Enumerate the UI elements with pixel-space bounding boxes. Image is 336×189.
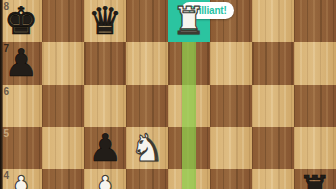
- square-c5[interactable]: ♟: [84, 127, 126, 169]
- square-h5[interactable]: [294, 127, 336, 169]
- square-c6[interactable]: [84, 85, 126, 127]
- square-b7[interactable]: [42, 42, 84, 84]
- square-g4[interactable]: [252, 169, 294, 189]
- square-a5[interactable]: 5: [0, 127, 42, 169]
- square-d4[interactable]: [126, 169, 168, 189]
- square-f4[interactable]: [210, 169, 252, 189]
- move-arrow: [182, 42, 196, 189]
- black-king-a8[interactable]: ♚: [4, 0, 38, 42]
- square-d8[interactable]: [126, 0, 168, 42]
- square-h6[interactable]: [294, 85, 336, 127]
- square-e8[interactable]: ♜: [168, 0, 210, 42]
- black-pawn-a7[interactable]: ♟: [4, 42, 38, 84]
- square-d5[interactable]: ♞: [126, 127, 168, 169]
- square-f6[interactable]: [210, 85, 252, 127]
- rank-label-6: 6: [4, 86, 10, 97]
- white-knight-d5[interactable]: ♞: [130, 127, 164, 169]
- chess-board-screenshot: 8♚♛♜7♟65♟♞4♟♟♜ Brilliant!: [0, 0, 336, 189]
- chess-board: 8♚♛♜7♟65♟♞4♟♟♜: [0, 0, 336, 189]
- square-c7[interactable]: [84, 42, 126, 84]
- black-queen-c8[interactable]: ♛: [88, 0, 122, 42]
- black-pawn-c5[interactable]: ♟: [88, 127, 122, 169]
- square-a6[interactable]: 6: [0, 85, 42, 127]
- square-c4[interactable]: ♟: [84, 169, 126, 189]
- square-g8[interactable]: [252, 0, 294, 42]
- white-pawn-a4[interactable]: ♟: [4, 169, 38, 189]
- square-b5[interactable]: [42, 127, 84, 169]
- square-g7[interactable]: [252, 42, 294, 84]
- white-pawn-c4[interactable]: ♟: [88, 169, 122, 189]
- square-f5[interactable]: [210, 127, 252, 169]
- square-a4[interactable]: 4♟: [0, 169, 42, 189]
- square-g5[interactable]: [252, 127, 294, 169]
- square-b8[interactable]: [42, 0, 84, 42]
- square-h8[interactable]: [294, 0, 336, 42]
- square-a7[interactable]: 7♟: [0, 42, 42, 84]
- white-rook-e8[interactable]: ♜: [172, 0, 206, 42]
- square-f7[interactable]: [210, 42, 252, 84]
- black-rook-h4[interactable]: ♜: [298, 169, 332, 189]
- square-c8[interactable]: ♛: [84, 0, 126, 42]
- square-h4[interactable]: ♜: [294, 169, 336, 189]
- square-d7[interactable]: [126, 42, 168, 84]
- square-b6[interactable]: [42, 85, 84, 127]
- square-d6[interactable]: [126, 85, 168, 127]
- square-g6[interactable]: [252, 85, 294, 127]
- square-a8[interactable]: 8♚: [0, 0, 42, 42]
- square-h7[interactable]: [294, 42, 336, 84]
- square-b4[interactable]: [42, 169, 84, 189]
- board-left-edge: [0, 0, 3, 189]
- rank-label-5: 5: [4, 128, 10, 139]
